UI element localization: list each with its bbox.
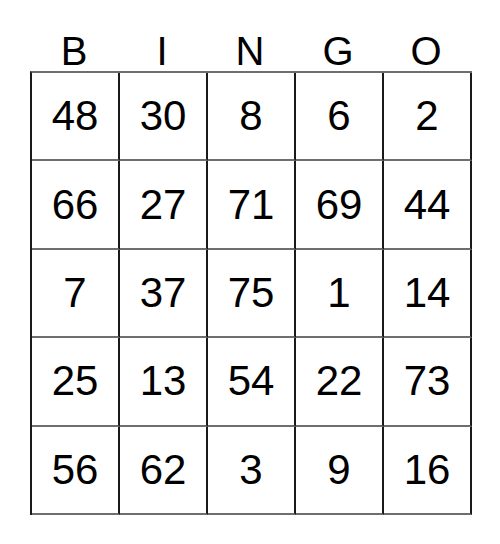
header-letter-b: B	[30, 0, 118, 71]
bingo-card: B I N G O 483086266277169447377511425135…	[0, 0, 500, 544]
bingo-header: B I N G O	[30, 0, 470, 71]
header-letter-g: G	[294, 0, 382, 71]
bingo-cell-r3c4: 1	[296, 250, 384, 338]
bingo-cell-r3c1: 7	[32, 250, 120, 338]
bingo-cell-r5c4: 9	[296, 427, 384, 515]
bingo-cell-r4c5: 73	[384, 338, 472, 426]
bingo-cell-r2c3: 71	[208, 161, 296, 249]
bingo-cell-r5c1: 56	[32, 427, 120, 515]
bingo-cell-r5c3: 3	[208, 427, 296, 515]
bingo-cell-r5c5: 16	[384, 427, 472, 515]
bingo-cell-r4c3: 54	[208, 338, 296, 426]
bingo-cell-r2c4: 69	[296, 161, 384, 249]
bingo-cell-r1c4: 6	[296, 73, 384, 161]
header-letter-i: I	[118, 0, 206, 71]
header-letter-o: O	[382, 0, 470, 71]
bingo-cell-r2c5: 44	[384, 161, 472, 249]
bingo-cell-r1c2: 30	[120, 73, 208, 161]
bingo-cell-r4c2: 13	[120, 338, 208, 426]
header-letter-n: N	[206, 0, 294, 71]
bingo-board: 4830862662771694473775114251354227356623…	[30, 71, 472, 515]
bingo-cell-r1c3: 8	[208, 73, 296, 161]
bingo-cell-r5c2: 62	[120, 427, 208, 515]
bingo-cell-r3c3: 75	[208, 250, 296, 338]
bingo-cell-r1c5: 2	[384, 73, 472, 161]
bingo-cell-r4c1: 25	[32, 338, 120, 426]
bingo-cell-r1c1: 48	[32, 73, 120, 161]
bingo-cell-r3c2: 37	[120, 250, 208, 338]
bingo-cell-r3c5: 14	[384, 250, 472, 338]
bingo-cell-r4c4: 22	[296, 338, 384, 426]
bingo-cell-r2c2: 27	[120, 161, 208, 249]
bingo-cell-r2c1: 66	[32, 161, 120, 249]
